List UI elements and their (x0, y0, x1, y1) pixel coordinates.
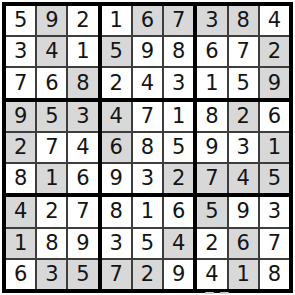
cell-r1c9[interactable]: 4 (260, 6, 289, 35)
cell-r3c1[interactable]: 7 (6, 68, 35, 97)
cell-r6c2[interactable]: 1 (37, 164, 66, 193)
block-r3c3: 593267418 (197, 197, 289, 289)
cell-r3c4[interactable]: 2 (102, 68, 131, 97)
cell-r1c6[interactable]: 7 (164, 6, 193, 35)
cell-r1c1[interactable]: 5 (6, 6, 35, 35)
cell-r2c6[interactable]: 8 (164, 37, 193, 66)
cell-r2c9[interactable]: 2 (260, 37, 289, 66)
block-r1c1: 592341768 (6, 6, 98, 98)
cell-r9c8[interactable]: 1 (229, 260, 258, 289)
cell-r3c9[interactable]: 9 (260, 68, 289, 97)
cell-r5c6[interactable]: 5 (164, 133, 193, 162)
cell-r1c7[interactable]: 3 (197, 6, 226, 35)
cell-r2c4[interactable]: 5 (102, 37, 131, 66)
cell-r2c8[interactable]: 7 (229, 37, 258, 66)
cell-r1c2[interactable]: 9 (37, 6, 66, 35)
cell-r7c1[interactable]: 4 (6, 197, 35, 226)
cell-r5c9[interactable]: 1 (260, 133, 289, 162)
cell-r9c6[interactable]: 9 (164, 260, 193, 289)
cell-r4c3[interactable]: 3 (68, 102, 97, 131)
cell-r9c5[interactable]: 2 (133, 260, 162, 289)
block-r2c3: 826931745 (197, 102, 289, 194)
cell-r2c5[interactable]: 9 (133, 37, 162, 66)
cell-r5c7[interactable]: 9 (197, 133, 226, 162)
cell-r4c4[interactable]: 4 (102, 102, 131, 131)
cell-r8c7[interactable]: 2 (197, 229, 226, 258)
cell-r9c7[interactable]: 4 (197, 260, 226, 289)
cell-r2c7[interactable]: 6 (197, 37, 226, 66)
block-r1c2: 167598243 (102, 6, 194, 98)
cell-r8c4[interactable]: 3 (102, 229, 131, 258)
block-r1c3: 384672159 (197, 6, 289, 98)
cell-r1c4[interactable]: 1 (102, 6, 131, 35)
cell-r9c4[interactable]: 7 (102, 260, 131, 289)
cell-r9c9[interactable]: 8 (260, 260, 289, 289)
cell-r7c2[interactable]: 2 (37, 197, 66, 226)
cell-r2c2[interactable]: 4 (37, 37, 66, 66)
cell-r7c6[interactable]: 6 (164, 197, 193, 226)
cell-r9c1[interactable]: 6 (6, 260, 35, 289)
cell-r5c5[interactable]: 8 (133, 133, 162, 162)
cell-r8c9[interactable]: 7 (260, 229, 289, 258)
block-r3c1: 427189635 (6, 197, 98, 289)
cell-r3c2[interactable]: 6 (37, 68, 66, 97)
cell-r6c6[interactable]: 2 (164, 164, 193, 193)
cell-r4c6[interactable]: 1 (164, 102, 193, 131)
cell-r6c7[interactable]: 7 (197, 164, 226, 193)
cell-r6c8[interactable]: 4 (229, 164, 258, 193)
cell-r9c2[interactable]: 3 (37, 260, 66, 289)
cell-r6c5[interactable]: 3 (133, 164, 162, 193)
cell-r7c5[interactable]: 1 (133, 197, 162, 226)
cell-r3c5[interactable]: 4 (133, 68, 162, 97)
cell-r4c2[interactable]: 5 (37, 102, 66, 131)
cell-r5c1[interactable]: 2 (6, 133, 35, 162)
cell-r1c3[interactable]: 2 (68, 6, 97, 35)
cell-r2c3[interactable]: 1 (68, 37, 97, 66)
cell-r3c8[interactable]: 5 (229, 68, 258, 97)
cell-r6c9[interactable]: 5 (260, 164, 289, 193)
cell-r7c3[interactable]: 7 (68, 197, 97, 226)
cell-r8c5[interactable]: 5 (133, 229, 162, 258)
cell-r4c7[interactable]: 8 (197, 102, 226, 131)
cell-r6c4[interactable]: 9 (102, 164, 131, 193)
cell-r3c6[interactable]: 3 (164, 68, 193, 97)
block-r3c2: 816354729 (102, 197, 194, 289)
cell-r7c7[interactable]: 5 (197, 197, 226, 226)
cell-r7c8[interactable]: 9 (229, 197, 258, 226)
cell-r5c8[interactable]: 3 (229, 133, 258, 162)
cell-r4c1[interactable]: 9 (6, 102, 35, 131)
cell-r2c1[interactable]: 3 (6, 37, 35, 66)
block-r2c2: 471685932 (102, 102, 194, 194)
block-r2c1: 953274816 (6, 102, 98, 194)
cell-r9c3[interactable]: 5 (68, 260, 97, 289)
cell-r5c4[interactable]: 6 (102, 133, 131, 162)
cell-r4c8[interactable]: 2 (229, 102, 258, 131)
sudoku-board: 5923417681675982433846721599532748164716… (2, 2, 293, 293)
cell-r1c5[interactable]: 6 (133, 6, 162, 35)
cell-r6c1[interactable]: 8 (6, 164, 35, 193)
cell-r4c5[interactable]: 7 (133, 102, 162, 131)
cell-r8c3[interactable]: 9 (68, 229, 97, 258)
cell-r5c2[interactable]: 7 (37, 133, 66, 162)
cell-r4c9[interactable]: 6 (260, 102, 289, 131)
cell-r1c8[interactable]: 8 (229, 6, 258, 35)
cell-r5c3[interactable]: 4 (68, 133, 97, 162)
cell-r8c1[interactable]: 1 (6, 229, 35, 258)
cell-r7c4[interactable]: 8 (102, 197, 131, 226)
cell-r8c2[interactable]: 8 (37, 229, 66, 258)
cell-r7c9[interactable]: 3 (260, 197, 289, 226)
cell-r8c6[interactable]: 4 (164, 229, 193, 258)
cell-r8c8[interactable]: 6 (229, 229, 258, 258)
cell-r3c3[interactable]: 8 (68, 68, 97, 97)
cell-r3c7[interactable]: 1 (197, 68, 226, 97)
cell-r6c3[interactable]: 6 (68, 164, 97, 193)
